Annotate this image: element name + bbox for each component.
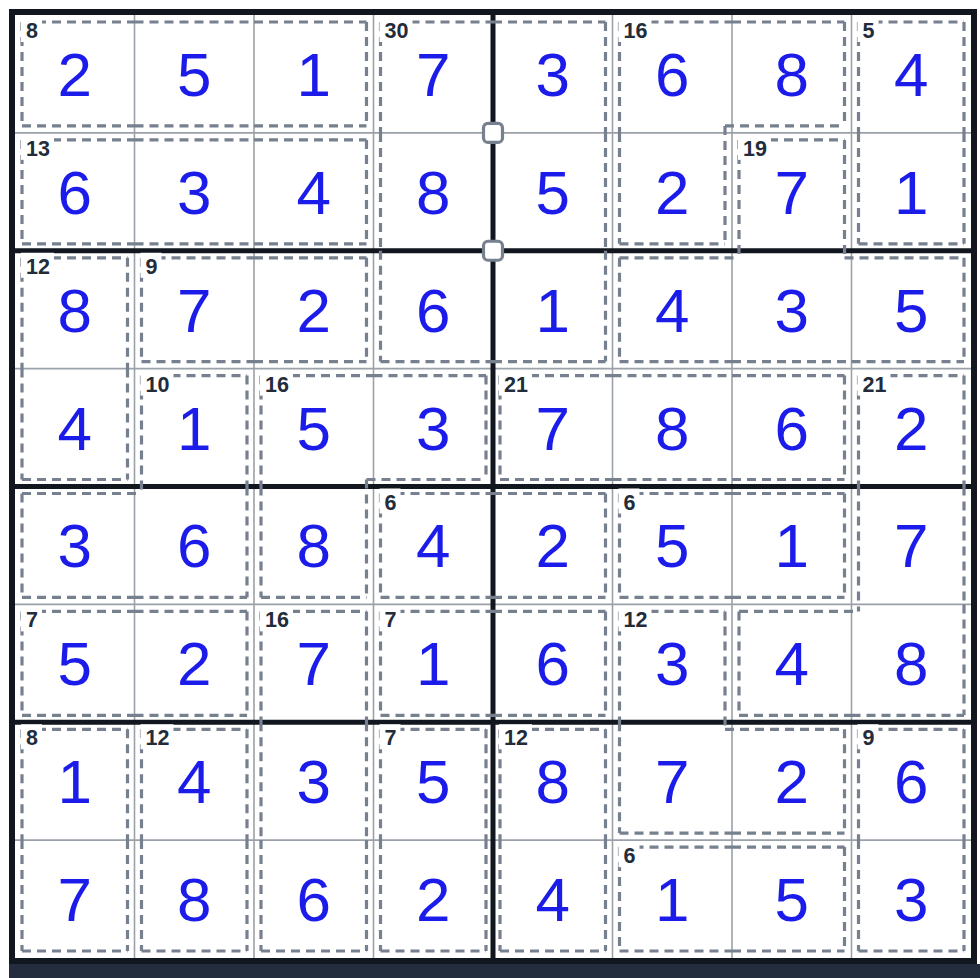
cell-r5c7[interactable] bbox=[732, 487, 852, 605]
cell-r5c6[interactable] bbox=[613, 487, 733, 605]
cell-r7c7[interactable] bbox=[732, 722, 852, 840]
cell-r4c5[interactable] bbox=[493, 369, 613, 487]
cell-r6c8[interactable] bbox=[852, 604, 972, 722]
cell-r7c5[interactable] bbox=[493, 722, 613, 840]
cell-r2c5[interactable] bbox=[493, 133, 613, 251]
cell-r7c2[interactable] bbox=[135, 722, 255, 840]
cell-r4c7[interactable] bbox=[732, 369, 852, 487]
cell-r2c8[interactable] bbox=[852, 133, 972, 251]
cell-r5c4[interactable] bbox=[374, 487, 494, 605]
cell-r3c3[interactable] bbox=[254, 251, 374, 369]
cell-r2c2[interactable] bbox=[135, 133, 255, 251]
cell-r3c2[interactable] bbox=[135, 251, 255, 369]
cell-r4c6[interactable] bbox=[613, 369, 733, 487]
cell-r1c4[interactable] bbox=[374, 15, 494, 133]
cell-r6c1[interactable] bbox=[15, 604, 135, 722]
cell-r1c6[interactable] bbox=[613, 15, 733, 133]
cell-r1c8[interactable] bbox=[852, 15, 972, 133]
cell-r3c5[interactable] bbox=[493, 251, 613, 369]
cell-r2c6[interactable] bbox=[613, 133, 733, 251]
cell-r4c3[interactable] bbox=[254, 369, 374, 487]
cell-r8c7[interactable] bbox=[732, 840, 852, 958]
cell-r1c2[interactable] bbox=[135, 15, 255, 133]
cell-r4c4[interactable] bbox=[374, 369, 494, 487]
cell-r8c1[interactable] bbox=[15, 840, 135, 958]
cell-r3c6[interactable] bbox=[613, 251, 733, 369]
cell-r5c5[interactable] bbox=[493, 487, 613, 605]
cell-r2c4[interactable] bbox=[374, 133, 494, 251]
cell-r4c8[interactable] bbox=[852, 369, 972, 487]
bottom-edge-strip bbox=[9, 964, 980, 978]
cell-r2c3[interactable] bbox=[254, 133, 374, 251]
cell-r8c5[interactable] bbox=[493, 840, 613, 958]
cell-r8c4[interactable] bbox=[374, 840, 494, 958]
cell-r8c6[interactable] bbox=[613, 840, 733, 958]
cell-r5c3[interactable] bbox=[254, 487, 374, 605]
cell-r5c8[interactable] bbox=[852, 487, 972, 605]
cell-r7c6[interactable] bbox=[613, 722, 733, 840]
cell-r1c5[interactable] bbox=[493, 15, 613, 133]
cell-r5c1[interactable] bbox=[15, 487, 135, 605]
cell-r6c4[interactable] bbox=[374, 604, 494, 722]
cell-r6c3[interactable] bbox=[254, 604, 374, 722]
cell-r3c8[interactable] bbox=[852, 251, 972, 369]
cell-r3c1[interactable] bbox=[15, 251, 135, 369]
cell-r1c3[interactable] bbox=[254, 15, 374, 133]
cell-r6c5[interactable] bbox=[493, 604, 613, 722]
cell-r6c2[interactable] bbox=[135, 604, 255, 722]
cell-r2c7[interactable] bbox=[732, 133, 852, 251]
cell-r7c1[interactable] bbox=[15, 722, 135, 840]
cell-r1c7[interactable] bbox=[732, 15, 852, 133]
cell-r8c2[interactable] bbox=[135, 840, 255, 958]
cell-r8c8[interactable] bbox=[852, 840, 972, 958]
cell-r7c4[interactable] bbox=[374, 722, 494, 840]
board-svg: 8301651319129101621216671671281271296251… bbox=[0, 0, 980, 978]
cell-r6c7[interactable] bbox=[732, 604, 852, 722]
cell-r4c2[interactable] bbox=[135, 369, 255, 487]
cell-r7c3[interactable] bbox=[254, 722, 374, 840]
cell-r3c7[interactable] bbox=[732, 251, 852, 369]
cell-r3c4[interactable] bbox=[374, 251, 494, 369]
cell-r6c6[interactable] bbox=[613, 604, 733, 722]
cell-r2c1[interactable] bbox=[15, 133, 135, 251]
cell-r5c2[interactable] bbox=[135, 487, 255, 605]
killer-sudoku-board: 8301651319129101621216671671281271296251… bbox=[0, 0, 980, 978]
cell-r8c3[interactable] bbox=[254, 840, 374, 958]
cell-r7c8[interactable] bbox=[852, 722, 972, 840]
cell-r1c1[interactable] bbox=[15, 15, 135, 133]
cell-r4c1[interactable] bbox=[15, 369, 135, 487]
